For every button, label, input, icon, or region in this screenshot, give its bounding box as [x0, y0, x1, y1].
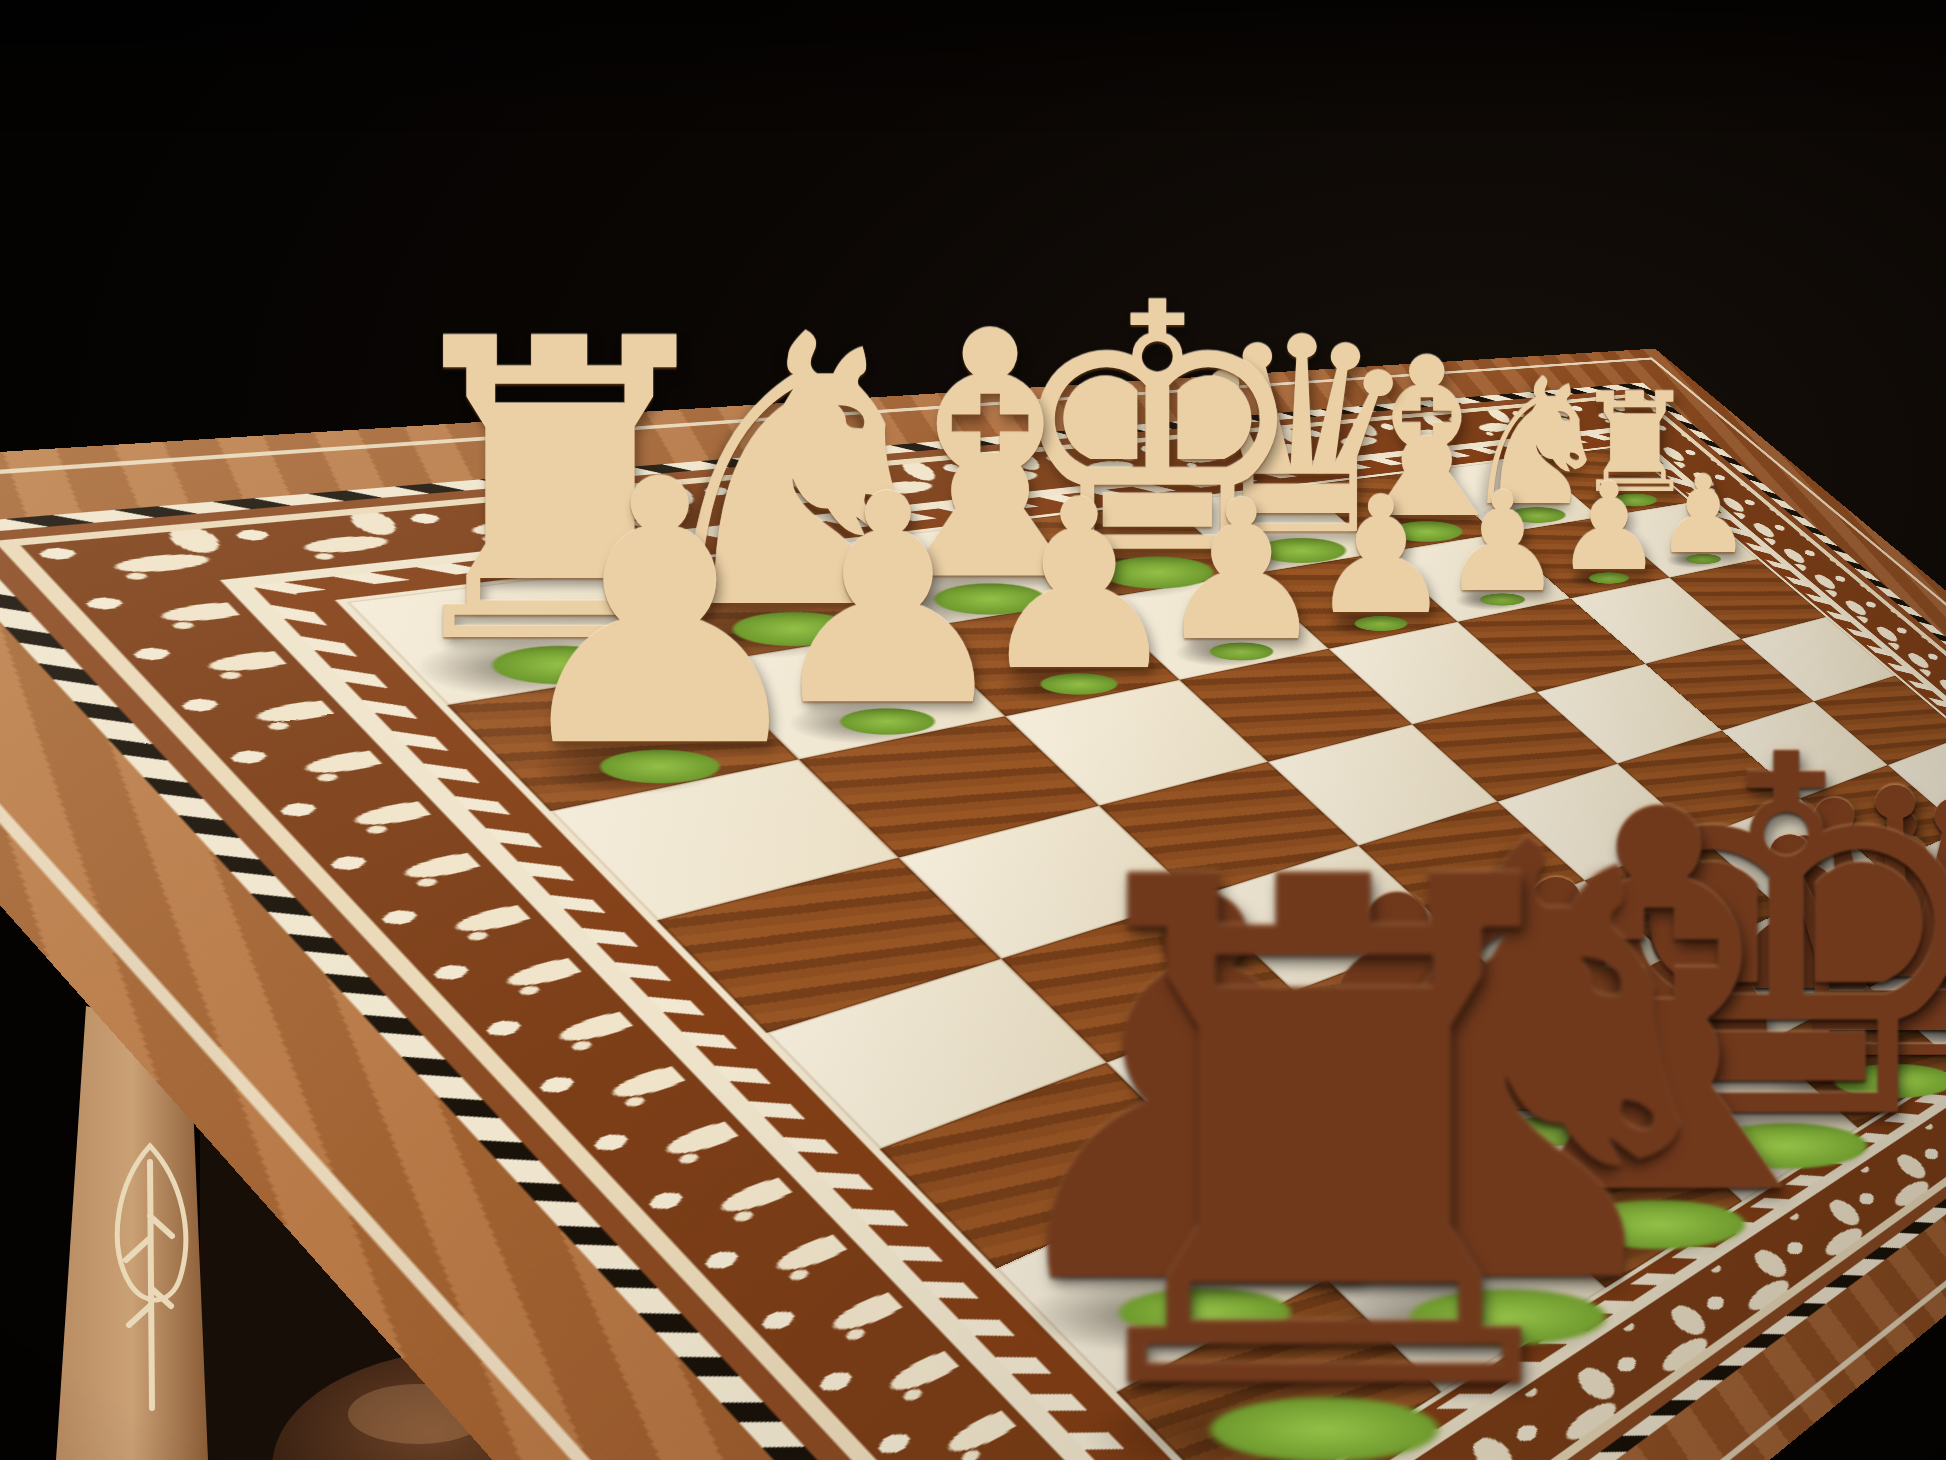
- inlay-line-band: [204, 424, 1946, 1460]
- scene: ♜♞♝♛♚♝♞♜♟♟♟♟♟♟♟♟♟♟♟♟♟♟♟♟♜♞♝♛♚♝♞♜: [0, 0, 1946, 1460]
- inlay-diamond-band: [252, 431, 1946, 1460]
- chess-board: [347, 446, 1946, 1460]
